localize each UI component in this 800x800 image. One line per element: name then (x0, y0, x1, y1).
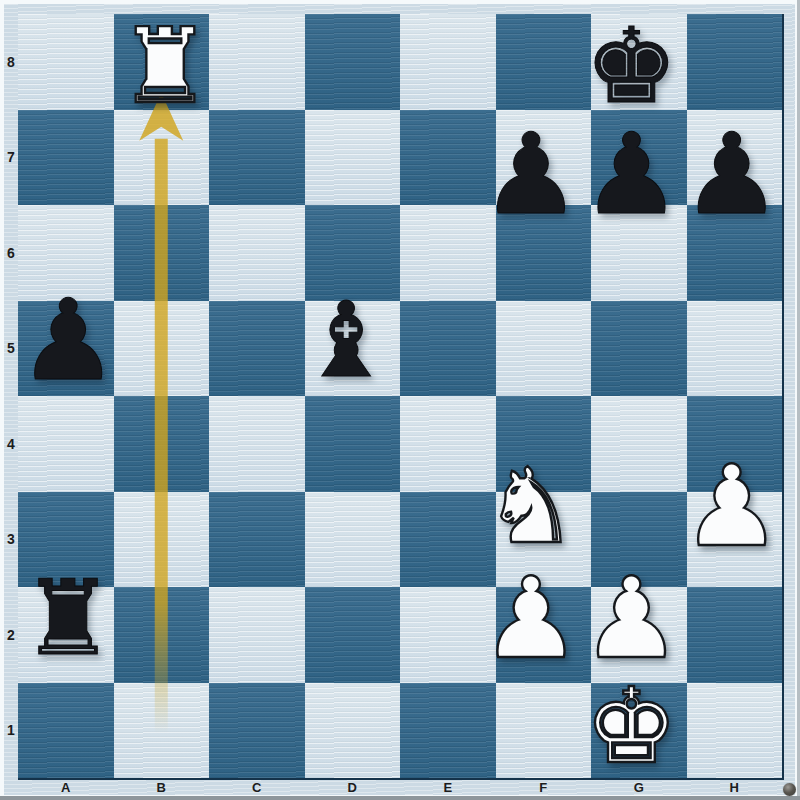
file-label-a: A (18, 780, 114, 795)
board-frame: 87654321 ABCDEFGH ♜♚♟♟♟♟♝♞♟♜♟♟♚ (4, 4, 795, 795)
file-label-b: B (114, 780, 210, 795)
piece-black-bishop-d5[interactable]: ♝ (300, 284, 393, 396)
rank-label-3: 3 (4, 492, 18, 588)
piece-white-knight-f3[interactable]: ♞ (481, 450, 581, 562)
rank-label-8: 8 (4, 14, 18, 110)
file-label-e: E (400, 780, 496, 795)
rank-label-5: 5 (4, 301, 18, 397)
piece-black-pawn-g7[interactable]: ♟ (581, 118, 681, 230)
piece-black-rook-a2[interactable]: ♜ (18, 562, 118, 674)
file-label-d: D (305, 780, 401, 795)
piece-white-king-g1[interactable]: ♚ (581, 674, 681, 778)
piece-black-pawn-f7[interactable]: ♟ (481, 118, 581, 230)
file-label-f: F (496, 780, 592, 795)
frame-bottom-edge (0, 796, 800, 800)
rank-label-2: 2 (4, 587, 18, 683)
piece-white-pawn-h3[interactable]: ♟ (682, 450, 782, 562)
watermark-dot (783, 783, 796, 796)
piece-black-pawn-h7[interactable]: ♟ (682, 118, 782, 230)
rank-label-1: 1 (4, 683, 18, 779)
piece-black-pawn-a5[interactable]: ♟ (18, 284, 118, 396)
file-label-c: C (209, 780, 305, 795)
piece-white-pawn-f2[interactable]: ♟ (481, 562, 581, 674)
rank-label-7: 7 (4, 110, 18, 206)
chess-diagram: 87654321 ABCDEFGH ♜♚♟♟♟♟♝♞♟♜♟♟♚ (0, 0, 800, 800)
rank-labels: 87654321 (4, 14, 18, 778)
rank-label-6: 6 (4, 205, 18, 301)
piece-white-rook-b8[interactable]: ♜ (118, 14, 211, 118)
piece-layer: ♜♚♟♟♟♟♝♞♟♜♟♟♚ (18, 14, 782, 778)
piece-black-king-g8[interactable]: ♚ (581, 14, 681, 118)
file-label-h: H (687, 780, 783, 795)
piece-white-pawn-g2[interactable]: ♟ (581, 562, 681, 674)
rank-label-4: 4 (4, 396, 18, 492)
